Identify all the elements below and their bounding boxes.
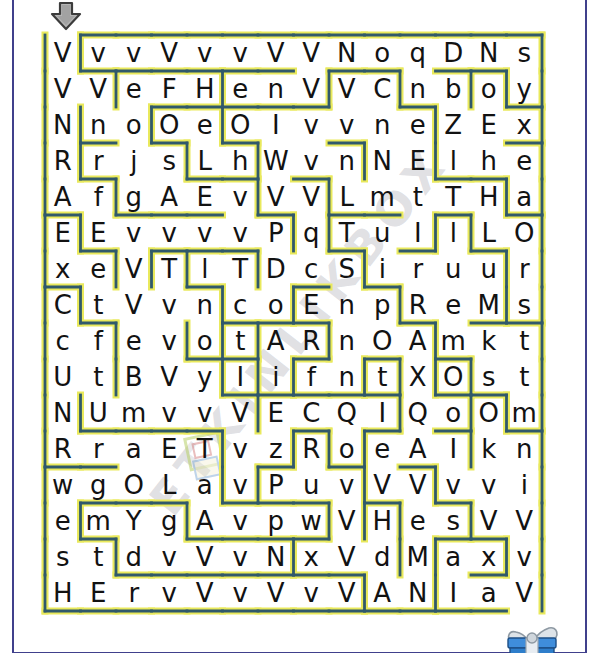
letter-cell-r9c7: A: [258, 323, 294, 359]
letter-cell-r2c6: e: [223, 71, 259, 107]
letter-cell-r3c11: e: [400, 107, 436, 143]
letter-cell-r14c1: e: [45, 503, 81, 539]
entrance-arrow-icon: [48, 1, 84, 31]
letter-cell-r2c8: V: [294, 71, 330, 107]
letter-cell-r16c11: N: [400, 575, 436, 611]
letter-cell-r1c6: v: [223, 35, 259, 71]
letter-cell-r8c11: R: [400, 287, 436, 323]
letter-cell-r1c2: v: [81, 35, 117, 71]
letter-cell-r14c3: Y: [116, 503, 152, 539]
letter-cell-r11c2: U: [81, 395, 117, 431]
letter-cell-r3c13: E: [471, 107, 507, 143]
letter-cell-r8c1: C: [45, 287, 81, 323]
letter-cell-r13c6: v: [223, 467, 259, 503]
letter-cell-r4c2: r: [81, 143, 117, 179]
letter-cell-r4c14: e: [507, 143, 543, 179]
letter-cell-r11c14: m: [507, 395, 543, 431]
letter-cell-r6c2: E: [81, 215, 117, 251]
letter-cell-r3c1: N: [45, 107, 81, 143]
letter-cell-r9c1: c: [45, 323, 81, 359]
letter-cell-r9c10: O: [365, 323, 401, 359]
letter-cell-r8c3: V: [116, 287, 152, 323]
letter-cell-r16c2: E: [81, 575, 117, 611]
letter-cell-r7c4: T: [152, 251, 188, 287]
letter-cell-r13c1: w: [45, 467, 81, 503]
letter-cell-r1c4: V: [152, 35, 188, 71]
letter-cell-r15c6: v: [223, 539, 259, 575]
letter-cell-r5c14: a: [507, 179, 543, 215]
letter-cell-r2c4: F: [152, 71, 188, 107]
letter-cell-r15c10: d: [365, 539, 401, 575]
letter-cell-r16c9: V: [329, 575, 365, 611]
letter-cell-r10c12: O: [436, 359, 472, 395]
letter-cell-r6c12: l: [436, 215, 472, 251]
letter-cell-r1c7: V: [258, 35, 294, 71]
letter-cell-r2c2: V: [81, 71, 117, 107]
letter-cell-r5c8: V: [294, 179, 330, 215]
letter-cell-r6c14: O: [507, 215, 543, 251]
letter-cell-r5c6: v: [223, 179, 259, 215]
letter-cell-r7c1: x: [45, 251, 81, 287]
letter-cell-r13c4: L: [152, 467, 188, 503]
letter-cell-r5c7: V: [258, 179, 294, 215]
letter-cell-r9c8: R: [294, 323, 330, 359]
letter-cell-r11c1: N: [45, 395, 81, 431]
letter-cell-r5c13: H: [471, 179, 507, 215]
letter-cell-r1c12: D: [436, 35, 472, 71]
letter-cell-r3c12: Z: [436, 107, 472, 143]
letter-cell-r5c3: g: [116, 179, 152, 215]
letter-cell-r5c11: t: [400, 179, 436, 215]
letter-cell-r11c13: O: [471, 395, 507, 431]
letter-cell-r12c4: E: [152, 431, 188, 467]
letter-cell-r6c5: v: [187, 215, 223, 251]
letter-cell-r13c2: g: [81, 467, 117, 503]
letter-cell-r7c10: i: [365, 251, 401, 287]
letter-cell-r13c9: v: [329, 467, 365, 503]
letter-cell-r1c3: v: [116, 35, 152, 71]
letter-cell-r15c14: v: [507, 539, 543, 575]
letter-cell-r6c1: E: [45, 215, 81, 251]
letter-cell-r5c1: A: [45, 179, 81, 215]
letter-cell-r3c5: e: [187, 107, 223, 143]
letter-cell-r3c7: I: [258, 107, 294, 143]
letter-cell-r10c10: t: [365, 359, 401, 395]
letter-cell-r8c6: c: [223, 287, 259, 323]
letter-cell-r2c1: V: [45, 71, 81, 107]
letter-cell-r9c4: v: [152, 323, 188, 359]
letter-cell-r14c2: m: [81, 503, 117, 539]
letter-cell-r8c7: o: [258, 287, 294, 323]
letter-cell-r16c4: v: [152, 575, 188, 611]
letter-cell-r2c14: y: [507, 71, 543, 107]
letter-cell-r9c14: t: [507, 323, 543, 359]
letter-cell-r10c7: i: [258, 359, 294, 395]
letter-cell-r16c6: v: [223, 575, 259, 611]
letter-cell-r6c3: v: [116, 215, 152, 251]
letter-cell-r4c1: R: [45, 143, 81, 179]
letter-cell-r8c14: s: [507, 287, 543, 323]
letter-cell-r12c3: a: [116, 431, 152, 467]
letter-cell-r3c3: o: [116, 107, 152, 143]
letter-cell-r12c11: A: [400, 431, 436, 467]
letter-cell-r15c5: V: [187, 539, 223, 575]
letter-cell-r6c11: I: [400, 215, 436, 251]
letter-cell-r1c5: v: [187, 35, 223, 71]
letter-cell-r1c14: s: [507, 35, 543, 71]
letter-cell-r4c13: h: [471, 143, 507, 179]
letter-cell-r16c7: V: [258, 575, 294, 611]
letter-cell-r8c9: n: [329, 287, 365, 323]
letter-cell-r9c3: e: [116, 323, 152, 359]
letter-cell-r16c3: r: [116, 575, 152, 611]
letter-cell-r2c13: o: [471, 71, 507, 107]
letter-cell-r15c2: t: [81, 539, 117, 575]
letter-cell-r15c12: a: [436, 539, 472, 575]
letter-cell-r15c13: x: [471, 539, 507, 575]
letter-cell-r4c9: n: [329, 143, 365, 179]
letter-cell-r2c7: n: [258, 71, 294, 107]
letter-cell-r5c4: A: [152, 179, 188, 215]
letter-cell-r6c6: v: [223, 215, 259, 251]
letter-cell-r15c11: M: [400, 539, 436, 575]
letter-cell-r5c5: E: [187, 179, 223, 215]
letter-cell-r12c8: R: [294, 431, 330, 467]
letter-cell-r8c10: p: [365, 287, 401, 323]
letter-cell-r1c9: N: [329, 35, 365, 71]
letter-cell-r12c13: k: [471, 431, 507, 467]
letter-cell-r7c9: S: [329, 251, 365, 287]
letter-cell-r10c13: s: [471, 359, 507, 395]
letter-cell-r11c8: C: [294, 395, 330, 431]
letter-cell-r16c10: A: [365, 575, 401, 611]
letter-cell-r10c14: t: [507, 359, 543, 395]
letter-cell-r11c5: v: [187, 395, 223, 431]
letter-cell-r9c12: m: [436, 323, 472, 359]
letter-cell-r14c4: g: [152, 503, 188, 539]
letter-cell-r1c8: V: [294, 35, 330, 71]
letter-cell-r4c11: E: [400, 143, 436, 179]
letter-cell-r9c13: k: [471, 323, 507, 359]
letter-cell-r15c7: N: [258, 539, 294, 575]
letter-cell-r9c6: t: [223, 323, 259, 359]
letter-cell-r8c4: v: [152, 287, 188, 323]
letter-cell-r6c8: q: [294, 215, 330, 251]
letter-cell-r2c9: V: [329, 71, 365, 107]
letter-cell-r14c11: e: [400, 503, 436, 539]
letter-cell-r10c3: B: [116, 359, 152, 395]
letter-cell-r4c10: N: [365, 143, 401, 179]
letter-cell-r4c12: l: [436, 143, 472, 179]
letter-cell-r10c9: n: [329, 359, 365, 395]
letter-cell-r13c8: u: [294, 467, 330, 503]
letter-cell-r2c5: H: [187, 71, 223, 107]
letter-cell-r10c4: V: [152, 359, 188, 395]
letter-cell-r7c8: c: [294, 251, 330, 287]
letter-cell-r14c8: w: [294, 503, 330, 539]
letter-cell-r13c14: i: [507, 467, 543, 503]
letter-cell-r4c8: v: [294, 143, 330, 179]
letter-cell-r4c6: h: [223, 143, 259, 179]
letter-cell-r5c9: L: [329, 179, 365, 215]
letter-cell-r7c11: r: [400, 251, 436, 287]
letter-cell-r10c5: y: [187, 359, 223, 395]
letter-cell-r16c8: v: [294, 575, 330, 611]
letter-cell-r7c13: u: [471, 251, 507, 287]
letter-cell-r11c4: v: [152, 395, 188, 431]
letter-cell-r11c11: Q: [400, 395, 436, 431]
letter-cell-r13c5: a: [187, 467, 223, 503]
letter-cell-r5c2: f: [81, 179, 117, 215]
letter-cell-r8c12: e: [436, 287, 472, 323]
letter-cell-r13c11: V: [400, 467, 436, 503]
letter-cell-r12c1: R: [45, 431, 81, 467]
gift-icon: [499, 608, 565, 653]
letter-cell-r13c10: V: [365, 467, 401, 503]
letter-cell-r12c10: e: [365, 431, 401, 467]
letter-cell-r14c5: A: [187, 503, 223, 539]
letter-cell-r3c14: x: [507, 107, 543, 143]
letter-cell-r15c9: V: [329, 539, 365, 575]
letter-cell-r14c6: v: [223, 503, 259, 539]
letter-cell-r12c9: o: [329, 431, 365, 467]
letter-cell-r16c14: V: [507, 575, 543, 611]
letter-cell-r8c5: n: [187, 287, 223, 323]
letter-cell-r2c11: n: [400, 71, 436, 107]
letter-cell-r9c11: A: [400, 323, 436, 359]
letter-cell-r1c11: q: [400, 35, 436, 71]
letter-cell-r11c10: I: [365, 395, 401, 431]
letter-cell-r3c4: O: [152, 107, 188, 143]
letter-cell-r6c10: u: [365, 215, 401, 251]
letter-cell-r1c1: V: [45, 35, 81, 71]
letter-cell-r16c12: I: [436, 575, 472, 611]
letter-cell-r10c2: t: [81, 359, 117, 395]
letter-cell-r12c5: T: [187, 431, 223, 467]
letter-cell-r3c2: n: [81, 107, 117, 143]
letter-cell-r5c10: m: [365, 179, 401, 215]
letter-cell-r13c13: v: [471, 467, 507, 503]
letter-cell-r2c10: C: [365, 71, 401, 107]
letter-cell-r7c12: u: [436, 251, 472, 287]
letter-cell-r10c8: f: [294, 359, 330, 395]
letter-cell-r4c3: j: [116, 143, 152, 179]
letter-cell-r14c13: V: [471, 503, 507, 539]
letter-cell-r14c9: V: [329, 503, 365, 539]
letter-cell-r3c6: O: [223, 107, 259, 143]
letter-cell-r3c9: v: [329, 107, 365, 143]
letter-cell-r3c8: v: [294, 107, 330, 143]
letter-cell-r11c6: V: [223, 395, 259, 431]
letter-cell-r14c10: H: [365, 503, 401, 539]
letter-cell-r16c5: V: [187, 575, 223, 611]
letter-cell-r12c14: n: [507, 431, 543, 467]
letter-cell-r15c4: v: [152, 539, 188, 575]
letter-cell-r9c5: o: [187, 323, 223, 359]
letter-cell-r16c1: H: [45, 575, 81, 611]
letter-cell-r15c3: d: [116, 539, 152, 575]
letter-cell-r15c8: x: [294, 539, 330, 575]
letter-cell-r16c13: a: [471, 575, 507, 611]
letter-cell-r14c12: s: [436, 503, 472, 539]
letter-cell-r7c2: e: [81, 251, 117, 287]
letter-cell-r4c7: W: [258, 143, 294, 179]
letter-cell-r13c7: P: [258, 467, 294, 503]
letter-cell-r7c7: D: [258, 251, 294, 287]
letter-cell-r10c11: X: [400, 359, 436, 395]
letter-cell-r8c2: t: [81, 287, 117, 323]
letter-cell-r10c1: U: [45, 359, 81, 395]
letter-cell-r9c9: n: [329, 323, 365, 359]
letter-cell-r10c6: I: [223, 359, 259, 395]
letter-cell-r6c7: P: [258, 215, 294, 251]
maze-letters-layer: VvvVvvVVNoqDNsVVeFHenVVCnboyNnoOeOIvvneZ…: [0, 0, 595, 653]
letter-cell-r7c14: r: [507, 251, 543, 287]
letter-cell-r14c7: p: [258, 503, 294, 539]
letter-cell-r2c12: b: [436, 71, 472, 107]
letter-cell-r11c7: E: [258, 395, 294, 431]
letter-cell-r7c5: l: [187, 251, 223, 287]
letter-cell-r13c12: v: [436, 467, 472, 503]
letter-cell-r11c9: Q: [329, 395, 365, 431]
letter-cell-r12c12: I: [436, 431, 472, 467]
letter-cell-r7c6: T: [223, 251, 259, 287]
letter-cell-r4c5: L: [187, 143, 223, 179]
letter-cell-r11c3: m: [116, 395, 152, 431]
letter-cell-r6c4: v: [152, 215, 188, 251]
letter-cell-r8c13: M: [471, 287, 507, 323]
letter-cell-r2c3: e: [116, 71, 152, 107]
letter-cell-r13c3: O: [116, 467, 152, 503]
letter-cell-r4c4: s: [152, 143, 188, 179]
letter-cell-r12c7: z: [258, 431, 294, 467]
letter-cell-r8c8: E: [294, 287, 330, 323]
letter-cell-r15c1: s: [45, 539, 81, 575]
letter-cell-r6c9: T: [329, 215, 365, 251]
letter-cell-r11c12: o: [436, 395, 472, 431]
letter-cell-r1c10: o: [365, 35, 401, 71]
letter-cell-r5c12: T: [436, 179, 472, 215]
letter-cell-r12c2: r: [81, 431, 117, 467]
letter-cell-r12c6: v: [223, 431, 259, 467]
letter-cell-r14c14: V: [507, 503, 543, 539]
letter-cell-r6c13: L: [471, 215, 507, 251]
letter-cell-r9c2: f: [81, 323, 117, 359]
letter-cell-r1c13: N: [471, 35, 507, 71]
letter-cell-r3c10: n: [365, 107, 401, 143]
letter-cell-r7c3: V: [116, 251, 152, 287]
